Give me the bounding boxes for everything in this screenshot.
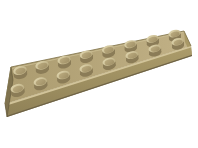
product-photo xyxy=(0,0,198,148)
plate-top-face xyxy=(5,31,191,104)
lego-plate-render xyxy=(0,0,198,148)
